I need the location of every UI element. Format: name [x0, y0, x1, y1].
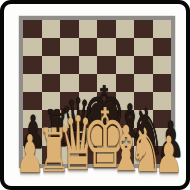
board-square: [153, 38, 172, 56]
board-square: [79, 38, 98, 56]
board-square: [60, 38, 79, 56]
piece-white-pawn: ♟: [155, 130, 183, 180]
board-square: [60, 56, 79, 74]
board-square: [23, 38, 42, 56]
board-square: [42, 38, 61, 56]
board-square: [116, 38, 135, 56]
piece-display: ♟♜♛♚♝♞♟♟♜♛♚♝♞♟: [4, 4, 186, 186]
board-square: [116, 20, 135, 38]
photo-frame: ♟♜♛♚♝♞♟♟♜♛♚♝♞♟: [0, 0, 190, 190]
board-square: [42, 20, 61, 38]
board-square: [23, 56, 42, 74]
board-square: [153, 74, 172, 92]
board-square: [97, 20, 116, 38]
board-square: [42, 74, 61, 92]
board-square: [42, 56, 61, 74]
board-square: [97, 38, 116, 56]
board-square: [60, 20, 79, 38]
board-square: [153, 56, 172, 74]
board-square: [23, 20, 42, 38]
board-square: [23, 74, 42, 92]
board-square: [79, 20, 98, 38]
board-square: [134, 56, 153, 74]
board-square: [134, 20, 153, 38]
board-square: [134, 38, 153, 56]
board-square: [153, 20, 172, 38]
board-square: [134, 74, 153, 92]
